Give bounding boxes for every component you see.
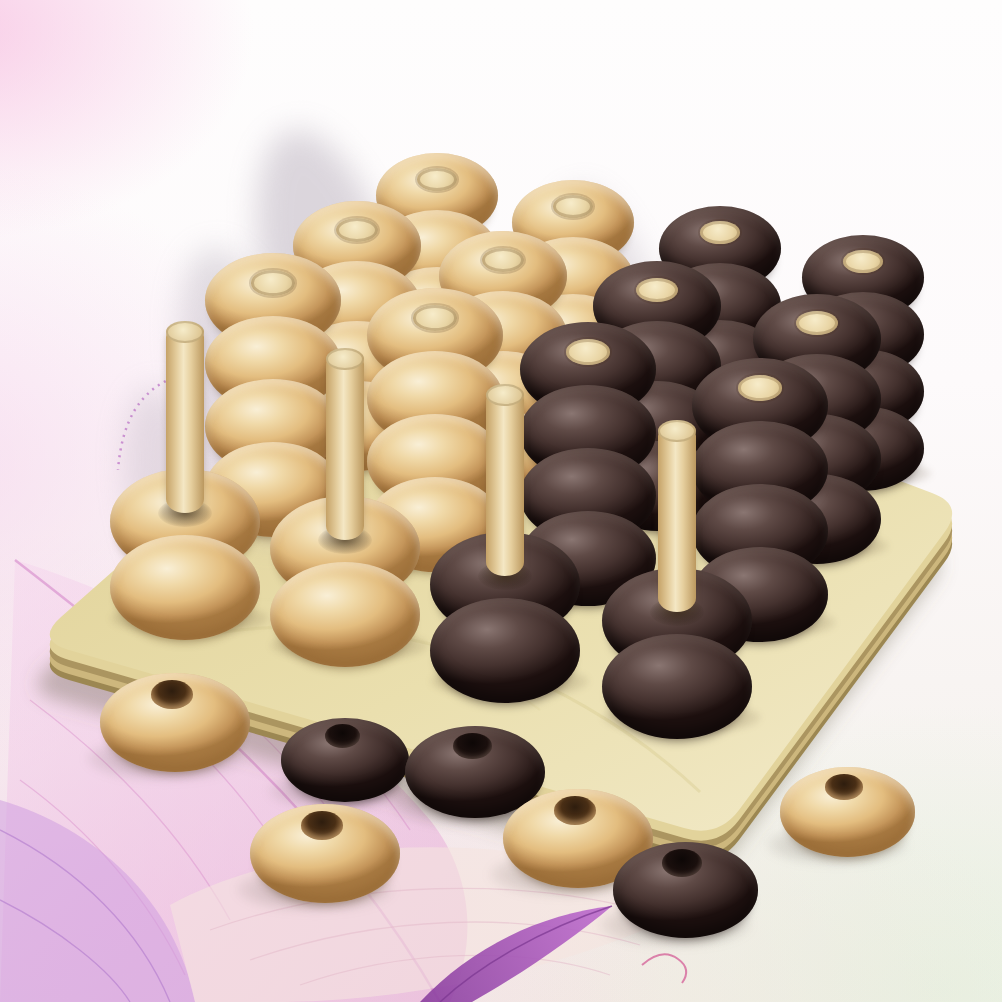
scene [0,0,1002,1002]
bead-hole [453,733,492,760]
bead-hole [662,849,703,877]
bead-hole [825,774,863,800]
bead-hole [301,811,343,840]
loose-beads [0,0,1002,1002]
bead-hole [151,680,193,709]
bead-hole [554,796,596,825]
